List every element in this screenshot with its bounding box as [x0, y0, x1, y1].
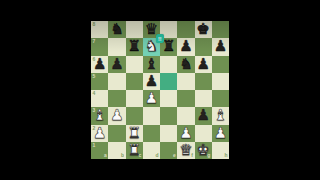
- file-label-h: h: [224, 153, 227, 158]
- chess-board: 8♞♛♚7♜♞!!♜♟♟6♟♟♝♞♟5♟4♟3♝♟♟♝2♟♜♟♟1abc♜def…: [91, 21, 229, 159]
- black-knight[interactable]: ♞: [110, 22, 123, 37]
- square-f7[interactable]: ♟: [177, 38, 194, 55]
- square-d2[interactable]: [143, 125, 160, 142]
- square-b1[interactable]: b: [108, 142, 125, 159]
- black-rook[interactable]: ♜: [127, 39, 140, 54]
- square-g5[interactable]: [195, 73, 212, 90]
- square-d3[interactable]: [143, 107, 160, 124]
- square-d4[interactable]: ♟: [143, 90, 160, 107]
- square-g2[interactable]: [195, 125, 212, 142]
- square-f4[interactable]: [177, 90, 194, 107]
- square-e2[interactable]: [160, 125, 177, 142]
- square-c8[interactable]: [126, 21, 143, 38]
- white-king[interactable]: ♚: [196, 143, 209, 158]
- square-b2[interactable]: [108, 125, 125, 142]
- square-f6[interactable]: ♞: [177, 56, 194, 73]
- square-d6[interactable]: ♝: [143, 56, 160, 73]
- black-pawn[interactable]: ♟: [196, 108, 209, 123]
- black-rook[interactable]: ♜: [162, 39, 175, 54]
- black-pawn[interactable]: ♟: [179, 39, 192, 54]
- black-pawn[interactable]: ♟: [110, 57, 123, 72]
- square-g3[interactable]: ♟: [195, 107, 212, 124]
- square-e1[interactable]: e: [160, 142, 177, 159]
- black-pawn[interactable]: ♟: [145, 74, 158, 89]
- square-c5[interactable]: [126, 73, 143, 90]
- rank-label-4: 4: [93, 91, 96, 96]
- square-h8[interactable]: [212, 21, 229, 38]
- square-h3[interactable]: ♝: [212, 107, 229, 124]
- square-b7[interactable]: [108, 38, 125, 55]
- square-e6[interactable]: [160, 56, 177, 73]
- square-a3[interactable]: 3♝: [91, 107, 108, 124]
- square-f1[interactable]: f♛: [177, 142, 194, 159]
- white-pawn[interactable]: ♟: [214, 126, 227, 141]
- square-b5[interactable]: [108, 73, 125, 90]
- rank-label-7: 7: [93, 39, 96, 44]
- rank-label-5: 5: [93, 74, 96, 79]
- black-bishop[interactable]: ♝: [145, 57, 158, 72]
- white-rook[interactable]: ♜: [127, 143, 140, 158]
- square-f5[interactable]: [177, 73, 194, 90]
- square-b8[interactable]: ♞: [108, 21, 125, 38]
- square-c7[interactable]: ♜: [126, 38, 143, 55]
- rank-label-1: 1: [93, 143, 96, 148]
- square-h1[interactable]: h: [212, 142, 229, 159]
- square-e4[interactable]: [160, 90, 177, 107]
- square-g1[interactable]: g♚: [195, 142, 212, 159]
- white-pawn[interactable]: ♟: [93, 126, 106, 141]
- square-f2[interactable]: ♟: [177, 125, 194, 142]
- file-label-d: d: [155, 153, 158, 158]
- white-bishop[interactable]: ♝: [214, 108, 227, 123]
- square-h4[interactable]: [212, 90, 229, 107]
- square-g4[interactable]: [195, 90, 212, 107]
- white-pawn[interactable]: ♟: [145, 91, 158, 106]
- square-a4[interactable]: 4: [91, 90, 108, 107]
- square-h7[interactable]: ♟: [212, 38, 229, 55]
- square-e5[interactable]: [160, 73, 177, 90]
- video-frame: 8♞♛♚7♜♞!!♜♟♟6♟♟♝♞♟5♟4♟3♝♟♟♝2♟♜♟♟1abc♜def…: [0, 0, 320, 180]
- black-king[interactable]: ♚: [196, 22, 209, 37]
- file-label-b: b: [121, 153, 124, 158]
- square-e3[interactable]: [160, 107, 177, 124]
- square-d7[interactable]: ♞!!: [143, 38, 160, 55]
- square-c2[interactable]: ♜: [126, 125, 143, 142]
- square-a1[interactable]: 1a: [91, 142, 108, 159]
- white-bishop[interactable]: ♝: [93, 108, 106, 123]
- white-queen[interactable]: ♛: [179, 143, 192, 158]
- square-c4[interactable]: [126, 90, 143, 107]
- square-g7[interactable]: [195, 38, 212, 55]
- file-label-e: e: [173, 153, 176, 158]
- square-f3[interactable]: [177, 107, 194, 124]
- white-rook[interactable]: ♜: [127, 126, 140, 141]
- square-d1[interactable]: d: [143, 142, 160, 159]
- square-a8[interactable]: 8: [91, 21, 108, 38]
- square-h5[interactable]: [212, 73, 229, 90]
- square-c6[interactable]: [126, 56, 143, 73]
- brilliant-move-badge: !!: [156, 34, 165, 43]
- white-pawn[interactable]: ♟: [179, 126, 192, 141]
- square-c3[interactable]: [126, 107, 143, 124]
- square-c1[interactable]: c♜: [126, 142, 143, 159]
- square-d5[interactable]: ♟: [143, 73, 160, 90]
- black-pawn[interactable]: ♟: [93, 57, 106, 72]
- square-b6[interactable]: ♟: [108, 56, 125, 73]
- black-pawn[interactable]: ♟: [196, 57, 209, 72]
- rank-label-8: 8: [93, 22, 96, 27]
- black-pawn[interactable]: ♟: [214, 39, 227, 54]
- square-b3[interactable]: ♟: [108, 107, 125, 124]
- square-a5[interactable]: 5: [91, 73, 108, 90]
- black-knight[interactable]: ♞: [179, 57, 192, 72]
- square-a2[interactable]: 2♟: [91, 125, 108, 142]
- square-h2[interactable]: ♟: [212, 125, 229, 142]
- square-h6[interactable]: [212, 56, 229, 73]
- square-a6[interactable]: 6♟: [91, 56, 108, 73]
- square-f8[interactable]: [177, 21, 194, 38]
- square-g8[interactable]: ♚: [195, 21, 212, 38]
- file-label-a: a: [104, 153, 107, 158]
- square-a7[interactable]: 7: [91, 38, 108, 55]
- square-b4[interactable]: [108, 90, 125, 107]
- square-g6[interactable]: ♟: [195, 56, 212, 73]
- white-pawn[interactable]: ♟: [110, 108, 123, 123]
